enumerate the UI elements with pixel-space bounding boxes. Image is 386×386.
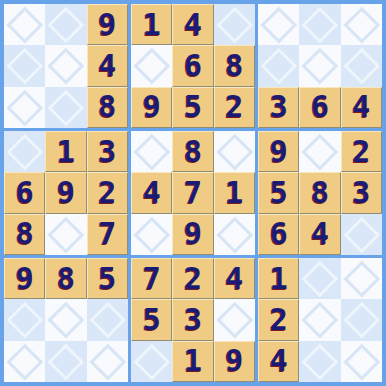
cell-r6c9[interactable] (341, 214, 382, 255)
diamond-ornament (302, 302, 338, 338)
diamond-ornament (48, 343, 84, 379)
cell-r4c7: 9 (258, 131, 299, 172)
diamond-ornament (48, 7, 84, 43)
cell-r9c8[interactable] (299, 341, 340, 382)
cell-r8c8[interactable] (299, 299, 340, 340)
diamond-ornament (302, 343, 338, 379)
diamond-ornament (343, 302, 379, 338)
given-digit: 1 (184, 346, 202, 376)
given-digit: 4 (225, 264, 243, 294)
diamond-ornament (216, 216, 252, 252)
diamond-ornament (89, 302, 125, 338)
cell-r5c9: 3 (341, 172, 382, 213)
cell-r7c2: 8 (45, 258, 86, 299)
cell-r5c4: 4 (131, 172, 172, 213)
cell-r9c5: 1 (172, 341, 213, 382)
cell-r6c4[interactable] (131, 214, 172, 255)
given-digit: 6 (311, 92, 329, 122)
given-digit: 8 (225, 51, 243, 81)
diamond-ornament (48, 89, 84, 125)
cell-r2c4[interactable] (131, 45, 172, 86)
diamond-ornament (216, 7, 252, 43)
given-digit: 4 (98, 51, 116, 81)
diamond-ornament (343, 7, 379, 43)
given-digit: 4 (184, 10, 202, 40)
cell-r1c7[interactable] (258, 4, 299, 45)
diamond-ornament (302, 134, 338, 170)
given-digit: 9 (270, 137, 288, 167)
given-digit: 4 (270, 346, 288, 376)
box-6: 9258364 (258, 131, 382, 255)
diamond-ornament (343, 261, 379, 297)
cell-r6c7: 6 (258, 214, 299, 255)
box-3: 364 (258, 4, 382, 128)
diamond-ornament (48, 216, 84, 252)
cell-r6c6[interactable] (214, 214, 255, 255)
diamond-ornament (7, 302, 43, 338)
diamond-ornament (7, 134, 43, 170)
cell-r9c6: 9 (214, 341, 255, 382)
cell-r2c7[interactable] (258, 45, 299, 86)
given-digit: 4 (143, 178, 161, 208)
cell-r9c7: 4 (258, 341, 299, 382)
given-digit: 8 (184, 137, 202, 167)
cell-r5c3: 2 (87, 172, 128, 213)
diamond-ornament (302, 7, 338, 43)
cell-r3c2[interactable] (45, 87, 86, 128)
diamond-ornament (134, 48, 170, 84)
box-7: 985 (4, 258, 128, 382)
cell-r8c5: 3 (172, 299, 213, 340)
cell-r3c7: 3 (258, 87, 299, 128)
diamond-ornament (7, 7, 43, 43)
cell-r7c9[interactable] (341, 258, 382, 299)
given-digit: 5 (270, 178, 288, 208)
cell-r5c6: 1 (214, 172, 255, 213)
given-digit: 8 (57, 264, 75, 294)
cell-r8c3[interactable] (87, 299, 128, 340)
given-digit: 7 (184, 178, 202, 208)
cell-r4c4[interactable] (131, 131, 172, 172)
cell-r9c3[interactable] (87, 341, 128, 382)
given-digit: 5 (98, 264, 116, 294)
given-digit: 2 (184, 264, 202, 294)
given-digit: 3 (270, 92, 288, 122)
cell-r3c1[interactable] (4, 87, 45, 128)
cell-r1c2[interactable] (45, 4, 86, 45)
given-digit: 1 (270, 264, 288, 294)
cell-r3c5: 5 (172, 87, 213, 128)
diamond-ornament (261, 48, 297, 84)
cell-r2c3: 4 (87, 45, 128, 86)
diamond-ornament (48, 302, 84, 338)
given-digit: 2 (270, 305, 288, 335)
cell-r8c6[interactable] (214, 299, 255, 340)
given-digit: 8 (311, 178, 329, 208)
cell-r2c5: 6 (172, 45, 213, 86)
diamond-ornament (261, 7, 297, 43)
box-4: 1369287 (4, 131, 128, 255)
cell-r2c8[interactable] (299, 45, 340, 86)
diamond-ornament (302, 261, 338, 297)
cell-r7c7: 1 (258, 258, 299, 299)
given-digit: 4 (311, 219, 329, 249)
cell-r2c6: 8 (214, 45, 255, 86)
cell-r6c1: 8 (4, 214, 45, 255)
given-digit: 9 (143, 92, 161, 122)
cell-r1c4: 1 (131, 4, 172, 45)
cell-r5c8: 8 (299, 172, 340, 213)
cell-r5c1: 6 (4, 172, 45, 213)
cell-r1c3: 9 (87, 4, 128, 45)
cell-r7c1: 9 (4, 258, 45, 299)
cell-r4c3: 3 (87, 131, 128, 172)
diamond-ornament (216, 302, 252, 338)
cell-r9c9[interactable] (341, 341, 382, 382)
cell-r5c7: 5 (258, 172, 299, 213)
cell-r6c8: 4 (299, 214, 340, 255)
cell-r1c6[interactable] (214, 4, 255, 45)
cell-r8c9[interactable] (341, 299, 382, 340)
box-8: 7245319 (131, 258, 255, 382)
diamond-ornament (7, 89, 43, 125)
cell-r3c9: 4 (341, 87, 382, 128)
given-digit: 8 (16, 219, 34, 249)
diamond-ornament (134, 134, 170, 170)
box-2: 1468952 (131, 4, 255, 128)
diamond-ornament (7, 48, 43, 84)
cell-r4c6[interactable] (214, 131, 255, 172)
given-digit: 7 (98, 219, 116, 249)
diamond-ornament (343, 216, 379, 252)
cell-r4c1[interactable] (4, 131, 45, 172)
cell-r2c9[interactable] (341, 45, 382, 86)
cell-r1c8[interactable] (299, 4, 340, 45)
diamond-ornament (134, 216, 170, 252)
cell-r7c5: 2 (172, 258, 213, 299)
cell-r9c4[interactable] (131, 341, 172, 382)
cell-r5c5: 7 (172, 172, 213, 213)
box-5: 84719 (131, 131, 255, 255)
diamond-ornament (343, 343, 379, 379)
box-1: 948 (4, 4, 128, 128)
cell-r5c2: 9 (45, 172, 86, 213)
cell-r4c8[interactable] (299, 131, 340, 172)
cell-r6c5: 9 (172, 214, 213, 255)
cell-r8c2[interactable] (45, 299, 86, 340)
diamond-ornament (7, 343, 43, 379)
cell-r1c5: 4 (172, 4, 213, 45)
given-digit: 5 (143, 305, 161, 335)
cell-r8c7: 2 (258, 299, 299, 340)
given-digit: 6 (270, 219, 288, 249)
cell-r3c3: 8 (87, 87, 128, 128)
cell-r3c8: 6 (299, 87, 340, 128)
cell-r2c2[interactable] (45, 45, 86, 86)
given-digit: 9 (16, 264, 34, 294)
diamond-ornament (48, 48, 84, 84)
cell-r2c1[interactable] (4, 45, 45, 86)
cell-r4c9: 2 (341, 131, 382, 172)
cell-r6c3: 7 (87, 214, 128, 255)
cell-r1c1[interactable] (4, 4, 45, 45)
diamond-ornament (302, 48, 338, 84)
given-digit: 6 (16, 178, 34, 208)
diamond-ornament (216, 134, 252, 170)
sudoku-board: 9481468952364136928784719925836498572453… (0, 0, 386, 386)
given-digit: 2 (98, 178, 116, 208)
cell-r7c8[interactable] (299, 258, 340, 299)
given-digit: 2 (225, 92, 243, 122)
cell-r6c2[interactable] (45, 214, 86, 255)
given-digit: 9 (184, 219, 202, 249)
given-digit: 8 (98, 92, 116, 122)
cell-r7c6: 4 (214, 258, 255, 299)
given-digit: 1 (143, 10, 161, 40)
cell-r7c4: 7 (131, 258, 172, 299)
diamond-ornament (343, 48, 379, 84)
given-digit: 9 (225, 346, 243, 376)
given-digit: 5 (184, 92, 202, 122)
cell-r9c2[interactable] (45, 341, 86, 382)
diamond-ornament (89, 343, 125, 379)
given-digit: 7 (143, 264, 161, 294)
given-digit: 1 (57, 137, 75, 167)
given-digit: 2 (352, 137, 370, 167)
box-9: 124 (258, 258, 382, 382)
given-digit: 4 (352, 92, 370, 122)
cell-r7c3: 5 (87, 258, 128, 299)
given-digit: 9 (98, 10, 116, 40)
cell-r3c4: 9 (131, 87, 172, 128)
cell-r3c6: 2 (214, 87, 255, 128)
diamond-ornament (134, 343, 170, 379)
given-digit: 9 (57, 178, 75, 208)
given-digit: 3 (352, 178, 370, 208)
given-digit: 3 (98, 137, 116, 167)
given-digit: 3 (184, 305, 202, 335)
given-digit: 6 (184, 51, 202, 81)
cell-r8c4: 5 (131, 299, 172, 340)
cell-r4c2: 1 (45, 131, 86, 172)
cell-r9c1[interactable] (4, 341, 45, 382)
given-digit: 1 (225, 178, 243, 208)
cell-r4c5: 8 (172, 131, 213, 172)
cell-r8c1[interactable] (4, 299, 45, 340)
cell-r1c9[interactable] (341, 4, 382, 45)
